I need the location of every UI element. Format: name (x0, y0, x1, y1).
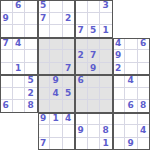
cell-r2c6[interactable]: 2 (63, 13, 76, 26)
cell-r4c10[interactable]: 4 (113, 38, 126, 51)
outside-area (25, 138, 38, 151)
cell-r12c12[interactable] (138, 138, 151, 151)
cell-r5c7[interactable]: 2 (75, 50, 88, 63)
cell-r1c7[interactable] (75, 0, 88, 13)
cell-r7c4[interactable] (38, 75, 51, 88)
cell-r9c8[interactable] (88, 100, 101, 113)
cell-r9c4[interactable] (38, 100, 51, 113)
outside-area (25, 125, 38, 138)
cell-r10c10[interactable] (113, 113, 126, 126)
cell-r6c5[interactable] (50, 63, 63, 76)
outside-area (13, 113, 26, 126)
cell-r12c10[interactable] (113, 138, 126, 151)
cell-r5c12[interactable] (138, 50, 151, 63)
cell-r5c9[interactable] (100, 50, 113, 63)
cell-r1c4[interactable]: 5 (38, 0, 51, 13)
cell-r12c5[interactable] (50, 138, 63, 151)
cell-r2c7[interactable] (75, 13, 88, 26)
cell-r11c7[interactable]: 9 (75, 125, 88, 138)
cell-r11c8[interactable] (88, 125, 101, 138)
cell-r6c1[interactable] (0, 63, 13, 76)
cell-r4c7[interactable] (75, 38, 88, 51)
cell-r12c9[interactable]: 1 (100, 138, 113, 151)
cell-r7c8[interactable] (88, 75, 101, 88)
cell-r11c10[interactable] (113, 125, 126, 138)
cell-r11c11[interactable] (125, 125, 138, 138)
cell-r5c8[interactable]: 7 (88, 50, 101, 63)
cell-r12c8[interactable] (88, 138, 101, 151)
outside-area (125, 0, 138, 13)
cell-r4c4[interactable] (38, 38, 51, 51)
cell-r1c5[interactable] (50, 0, 63, 13)
cell-r9c2[interactable] (13, 100, 26, 113)
cell-r8c3[interactable]: 2 (25, 88, 38, 101)
outside-area (125, 13, 138, 26)
cell-r2c2[interactable] (13, 13, 26, 26)
twodoku-board: 6539727517446279179259642456868914984719 (0, 0, 150, 150)
cell-r8c5[interactable]: 4 (50, 88, 63, 101)
outside-area (25, 113, 38, 126)
cell-r6c11[interactable] (125, 63, 138, 76)
cell-r4c9[interactable] (100, 38, 113, 51)
cell-r7c9[interactable] (100, 75, 113, 88)
cell-r2c8[interactable] (88, 13, 101, 26)
cell-r3c2[interactable] (13, 25, 26, 38)
cell-r3c3[interactable] (25, 25, 38, 38)
cell-r11c9[interactable]: 8 (100, 125, 113, 138)
cell-r8c6[interactable]: 5 (63, 88, 76, 101)
cell-r7c6[interactable] (63, 75, 76, 88)
cell-r7c2[interactable] (13, 75, 26, 88)
cell-r9c1[interactable]: 6 (0, 100, 13, 113)
cell-r6c10[interactable]: 2 (113, 63, 126, 76)
cell-r7c5[interactable]: 9 (50, 75, 63, 88)
cell-r7c3[interactable]: 5 (25, 75, 38, 88)
cell-r5c3[interactable] (25, 50, 38, 63)
outside-area (113, 13, 126, 26)
cell-r6c4[interactable] (38, 63, 51, 76)
cell-r8c1[interactable] (0, 88, 13, 101)
cell-r5c2[interactable] (13, 50, 26, 63)
cell-r8c11[interactable] (125, 88, 138, 101)
cell-r6c12[interactable] (138, 63, 151, 76)
cell-r1c1[interactable] (0, 0, 13, 13)
cell-r12c11[interactable]: 9 (125, 138, 138, 151)
cell-r1c2[interactable]: 6 (13, 0, 26, 13)
cell-r9c9[interactable] (100, 100, 113, 113)
cell-r8c10[interactable] (113, 88, 126, 101)
cell-r3c9[interactable]: 1 (100, 25, 113, 38)
cell-r2c9[interactable] (100, 13, 113, 26)
cell-r9c10[interactable] (113, 100, 126, 113)
cell-r3c4[interactable] (38, 25, 51, 38)
cell-r7c7[interactable]: 6 (75, 75, 88, 88)
cell-r4c11[interactable] (125, 38, 138, 51)
cell-r6c2[interactable]: 1 (13, 63, 26, 76)
outside-area (113, 25, 126, 38)
cell-r6c3[interactable] (25, 63, 38, 76)
outside-area (0, 138, 13, 151)
cell-r9c5[interactable] (50, 100, 63, 113)
cell-r2c5[interactable] (50, 13, 63, 26)
cell-r10c8[interactable] (88, 113, 101, 126)
outside-area (138, 25, 151, 38)
cell-r4c5[interactable] (50, 38, 63, 51)
cell-r3c7[interactable]: 7 (75, 25, 88, 38)
cell-r3c6[interactable] (63, 25, 76, 38)
cell-r9c3[interactable]: 8 (25, 100, 38, 113)
outside-area (125, 25, 138, 38)
cell-r1c6[interactable] (63, 0, 76, 13)
cell-r9c11[interactable]: 6 (125, 100, 138, 113)
outside-area (0, 113, 13, 126)
outside-area (0, 125, 13, 138)
cell-r8c8[interactable] (88, 88, 101, 101)
cell-r6c6[interactable]: 7 (63, 63, 76, 76)
cell-r1c8[interactable] (88, 0, 101, 13)
cell-r9c6[interactable] (63, 100, 76, 113)
cell-r12c7[interactable] (75, 138, 88, 151)
cell-r2c4[interactable]: 7 (38, 13, 51, 26)
cell-r12c4[interactable]: 7 (38, 138, 51, 151)
cell-r12c6[interactable] (63, 138, 76, 151)
cell-r7c1[interactable] (0, 75, 13, 88)
cell-r8c9[interactable] (100, 88, 113, 101)
cell-r8c7[interactable] (75, 88, 88, 101)
cell-r3c1[interactable] (0, 25, 13, 38)
cell-r3c5[interactable] (50, 25, 63, 38)
outside-area (138, 13, 151, 26)
cell-r10c6[interactable]: 4 (63, 113, 76, 126)
outside-area (13, 125, 26, 138)
cell-r6c9[interactable] (100, 63, 113, 76)
cell-r10c12[interactable] (138, 113, 151, 126)
cell-r6c8[interactable]: 9 (88, 63, 101, 76)
cell-r4c12[interactable]: 6 (138, 38, 151, 51)
cell-r5c10[interactable]: 9 (113, 50, 126, 63)
cell-r7c12[interactable] (138, 75, 151, 88)
cell-r1c9[interactable]: 3 (100, 0, 113, 13)
cell-r10c4[interactable]: 9 (38, 113, 51, 126)
cell-r9c7[interactable] (75, 100, 88, 113)
cell-r4c8[interactable] (88, 38, 101, 51)
cell-r4c3[interactable] (25, 38, 38, 51)
cell-r2c3[interactable] (25, 13, 38, 26)
cell-r8c4[interactable] (38, 88, 51, 101)
cell-r4c6[interactable] (63, 38, 76, 51)
cell-r11c4[interactable] (38, 125, 51, 138)
cell-r8c12[interactable] (138, 88, 151, 101)
cell-r5c11[interactable] (125, 50, 138, 63)
cell-r6c7[interactable] (75, 63, 88, 76)
cell-r3c8[interactable]: 5 (88, 25, 101, 38)
cell-r5c1[interactable] (0, 50, 13, 63)
cell-r4c2[interactable]: 4 (13, 38, 26, 51)
cell-r10c9[interactable] (100, 113, 113, 126)
cell-grid: 6539727517446279179259642456868914984719 (0, 0, 150, 150)
cell-r11c5[interactable] (50, 125, 63, 138)
cell-r7c11[interactable]: 4 (125, 75, 138, 88)
cell-r1c3[interactable] (25, 0, 38, 13)
cell-r9c12[interactable]: 8 (138, 100, 151, 113)
cell-r11c12[interactable]: 4 (138, 125, 151, 138)
cell-r2c1[interactable]: 9 (0, 13, 13, 26)
cell-r4c1[interactable]: 7 (0, 38, 13, 51)
cell-r5c6[interactable] (63, 50, 76, 63)
outside-area (138, 0, 151, 13)
outside-area (13, 138, 26, 151)
cell-r10c5[interactable]: 1 (50, 113, 63, 126)
outside-area (113, 0, 126, 13)
cell-r7c10[interactable] (113, 75, 126, 88)
cell-r8c2[interactable] (13, 88, 26, 101)
cell-r11c6[interactable] (63, 125, 76, 138)
cell-r5c4[interactable] (38, 50, 51, 63)
cell-r10c11[interactable] (125, 113, 138, 126)
cell-r10c7[interactable] (75, 113, 88, 126)
cell-r5c5[interactable] (50, 50, 63, 63)
